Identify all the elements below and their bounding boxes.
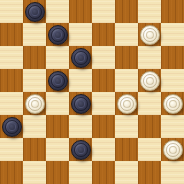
white-man-piece[interactable] (117, 94, 137, 114)
square-c1[interactable] (46, 161, 69, 184)
square-b8[interactable] (23, 0, 46, 23)
square-g8[interactable] (138, 0, 161, 23)
black-man-piece[interactable] (71, 94, 91, 114)
square-e4[interactable] (92, 92, 115, 115)
square-g3[interactable] (138, 115, 161, 138)
black-man-piece[interactable] (71, 140, 91, 160)
square-b5[interactable] (23, 69, 46, 92)
square-a5[interactable] (0, 69, 23, 92)
square-c7[interactable] (46, 23, 69, 46)
square-f3[interactable] (115, 115, 138, 138)
checkers-board (0, 0, 184, 184)
black-man-piece[interactable] (71, 48, 91, 68)
square-d2[interactable] (69, 138, 92, 161)
square-h7[interactable] (161, 23, 184, 46)
square-a8[interactable] (0, 0, 23, 23)
black-man-piece[interactable] (48, 25, 68, 45)
square-d3[interactable] (69, 115, 92, 138)
square-a6[interactable] (0, 46, 23, 69)
square-e1[interactable] (92, 161, 115, 184)
square-a1[interactable] (0, 161, 23, 184)
square-e2[interactable] (92, 138, 115, 161)
square-f8[interactable] (115, 0, 138, 23)
square-e5[interactable] (92, 69, 115, 92)
square-g7[interactable] (138, 23, 161, 46)
square-h6[interactable] (161, 46, 184, 69)
square-d1[interactable] (69, 161, 92, 184)
square-b7[interactable] (23, 23, 46, 46)
square-g1[interactable] (138, 161, 161, 184)
square-c4[interactable] (46, 92, 69, 115)
square-e3[interactable] (92, 115, 115, 138)
square-b3[interactable] (23, 115, 46, 138)
square-b4[interactable] (23, 92, 46, 115)
white-man-piece[interactable] (163, 140, 183, 160)
square-h1[interactable] (161, 161, 184, 184)
square-h2[interactable] (161, 138, 184, 161)
square-e7[interactable] (92, 23, 115, 46)
square-c6[interactable] (46, 46, 69, 69)
black-man-piece[interactable] (48, 71, 68, 91)
square-f6[interactable] (115, 46, 138, 69)
square-h8[interactable] (161, 0, 184, 23)
square-g4[interactable] (138, 92, 161, 115)
square-c2[interactable] (46, 138, 69, 161)
square-a7[interactable] (0, 23, 23, 46)
square-f2[interactable] (115, 138, 138, 161)
square-e6[interactable] (92, 46, 115, 69)
square-d8[interactable] (69, 0, 92, 23)
square-e8[interactable] (92, 0, 115, 23)
square-b2[interactable] (23, 138, 46, 161)
square-g5[interactable] (138, 69, 161, 92)
black-man-piece[interactable] (25, 2, 45, 22)
square-b6[interactable] (23, 46, 46, 69)
square-d4[interactable] (69, 92, 92, 115)
square-a4[interactable] (0, 92, 23, 115)
square-g6[interactable] (138, 46, 161, 69)
square-d7[interactable] (69, 23, 92, 46)
white-man-piece[interactable] (163, 94, 183, 114)
square-d5[interactable] (69, 69, 92, 92)
square-b1[interactable] (23, 161, 46, 184)
square-f7[interactable] (115, 23, 138, 46)
square-f1[interactable] (115, 161, 138, 184)
white-man-piece[interactable] (140, 71, 160, 91)
square-g2[interactable] (138, 138, 161, 161)
square-f4[interactable] (115, 92, 138, 115)
square-a2[interactable] (0, 138, 23, 161)
square-h4[interactable] (161, 92, 184, 115)
black-man-piece[interactable] (2, 117, 22, 137)
square-a3[interactable] (0, 115, 23, 138)
square-d6[interactable] (69, 46, 92, 69)
square-c5[interactable] (46, 69, 69, 92)
square-f5[interactable] (115, 69, 138, 92)
square-h5[interactable] (161, 69, 184, 92)
white-man-piece[interactable] (25, 94, 45, 114)
square-h3[interactable] (161, 115, 184, 138)
white-man-piece[interactable] (140, 25, 160, 45)
square-c8[interactable] (46, 0, 69, 23)
square-c3[interactable] (46, 115, 69, 138)
